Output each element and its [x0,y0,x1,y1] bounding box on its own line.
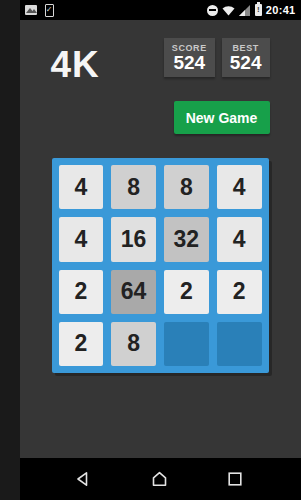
screenshot-check-icon: ✓ [45,4,54,17]
tile-2: 2 [59,322,104,366]
tile-2: 2 [59,270,104,314]
tile-64: 64 [111,270,156,314]
tile-2: 2 [164,270,209,314]
back-icon [75,471,91,487]
tile-32: 32 [164,217,209,261]
new-game-button[interactable]: New Game [174,101,270,134]
wifi-icon [222,5,235,16]
do-not-disturb-icon [207,5,218,16]
tile-4: 4 [217,217,262,261]
tile-8: 8 [111,322,156,366]
app-screen: ✓ 20:41 4K SCORE 524 BEST 524 New Game 4… [20,0,301,500]
battery-icon [255,4,262,16]
tile-4: 4 [217,165,262,209]
recents-icon [228,472,242,486]
empty-cell [164,322,209,366]
gallery-icon [25,5,37,15]
tile-4: 4 [59,165,104,209]
tile-8: 8 [111,165,156,209]
tile-8: 8 [164,165,209,209]
home-button[interactable] [140,458,180,500]
status-time: 20:41 [266,4,296,16]
navigation-bar [20,458,301,500]
score-value: 524 [173,53,205,73]
signal-icon [239,5,250,16]
best-box: BEST 524 [222,38,270,77]
score-box: SCORE 524 [164,38,215,77]
back-button[interactable] [63,458,103,500]
status-bar: ✓ 20:41 [20,0,301,20]
home-icon [151,471,168,487]
tile-16: 16 [111,217,156,261]
scoreboard: SCORE 524 BEST 524 [164,38,270,77]
recents-button[interactable] [215,458,255,500]
tile-2: 2 [217,270,262,314]
app-title: 4K [51,44,100,86]
tile-4: 4 [59,217,104,261]
empty-cell [217,322,262,366]
board[interactable]: 48844163242642228 [52,158,269,373]
best-value: 524 [230,53,262,73]
